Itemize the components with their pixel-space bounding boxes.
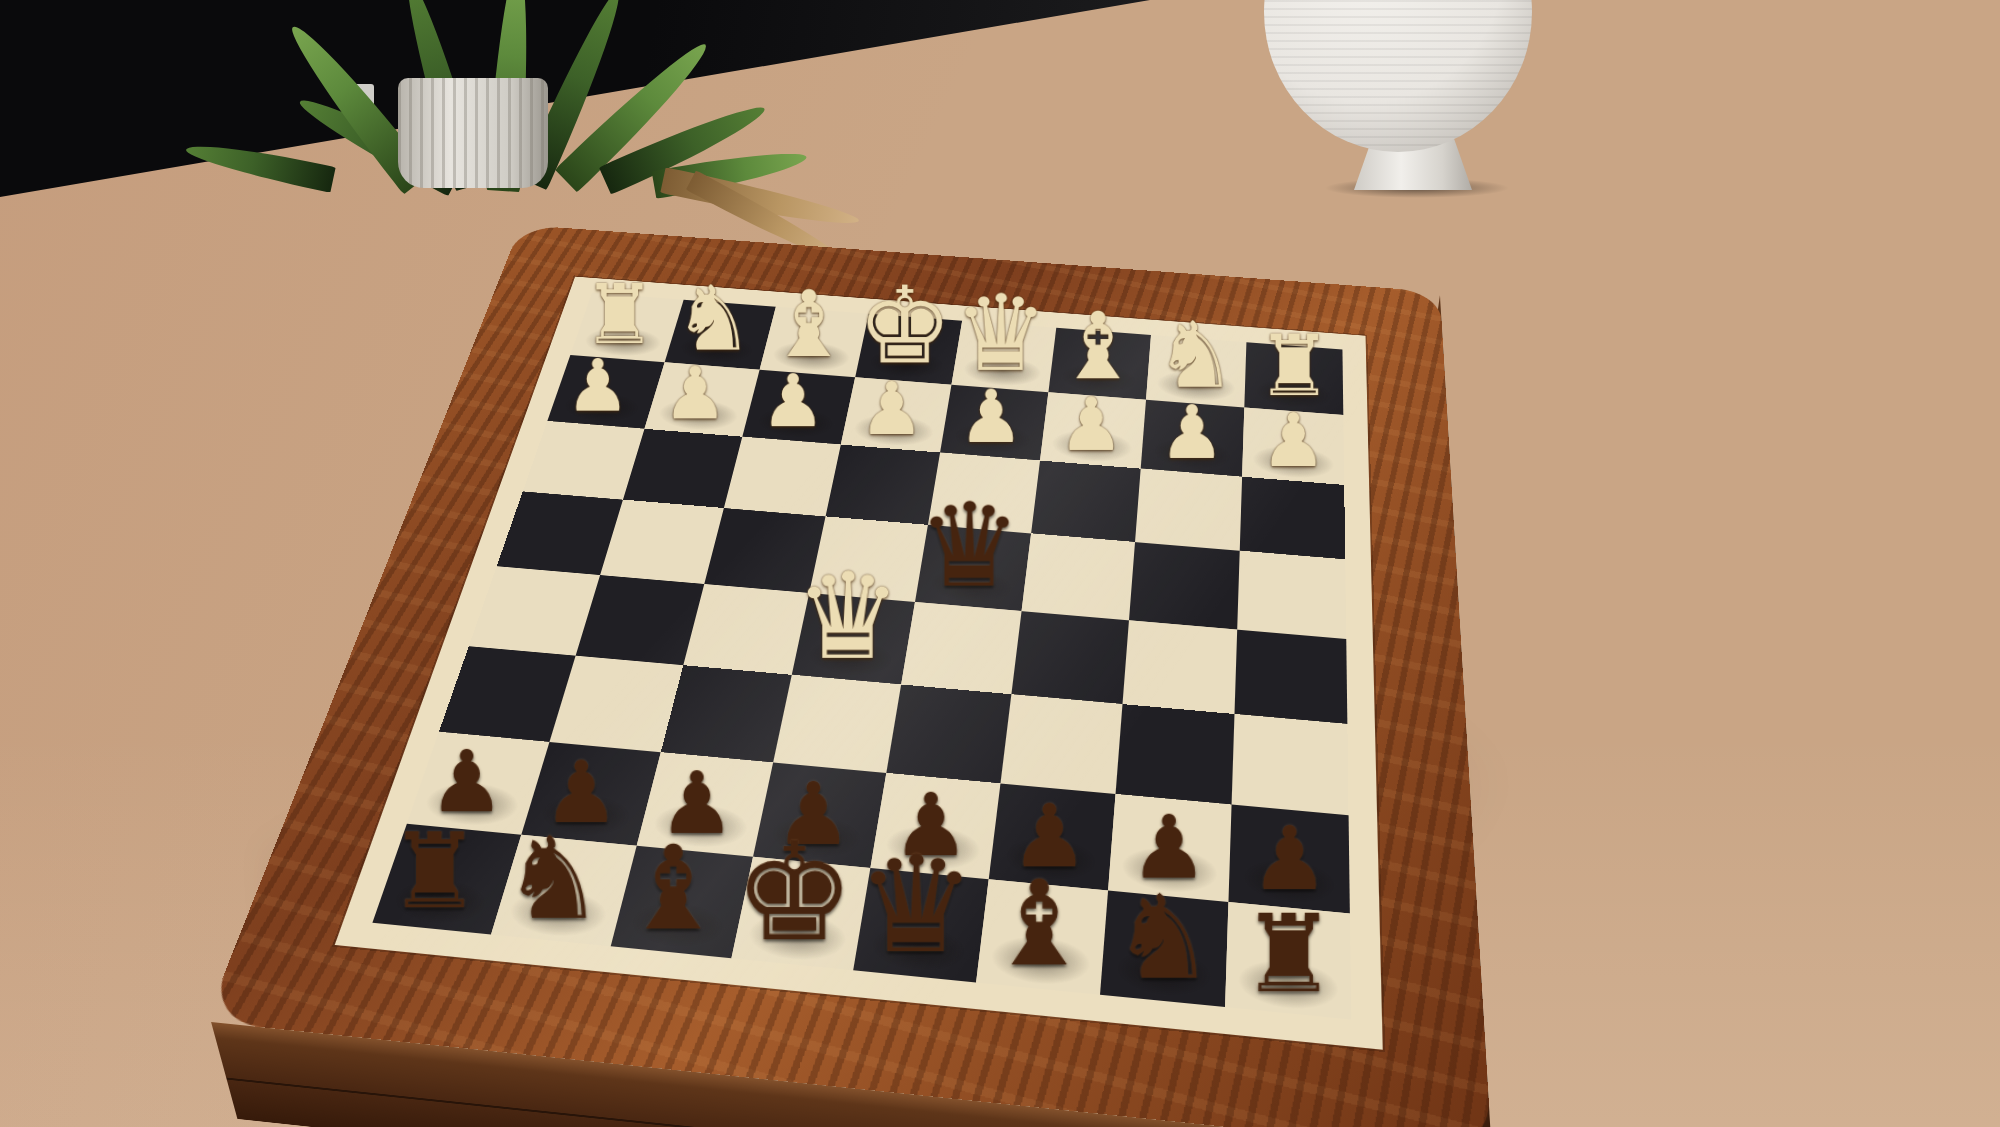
square-g4[interactable] — [600, 500, 724, 584]
square-a2[interactable]: ♟ — [1242, 407, 1344, 485]
white-bishop-c1[interactable]: ♝ — [1056, 303, 1139, 391]
black-king-e8[interactable]: ♚ — [733, 828, 855, 957]
square-d8[interactable]: ♛ — [853, 868, 989, 983]
square-g3[interactable] — [623, 429, 742, 508]
square-a3[interactable] — [1240, 477, 1345, 560]
square-d4[interactable]: ♛ — [915, 525, 1031, 611]
black-knight-g8[interactable]: ♞ — [502, 824, 604, 932]
square-b5[interactable] — [1122, 620, 1237, 714]
square-a5[interactable] — [1234, 630, 1347, 724]
square-f3[interactable] — [724, 437, 841, 517]
square-b8[interactable]: ♞ — [1100, 891, 1228, 1008]
chess-box: ♜♞♝♚♛♝♞♜♟♟♟♟♟♟♟♟♛♛♟♟♟♟♟♟♟♟♜♞♝♚♛♝♞♜ — [205, 225, 1492, 1127]
square-a6[interactable] — [1232, 714, 1349, 815]
square-g2[interactable]: ♟ — [644, 362, 759, 436]
white-bishop-f1[interactable]: ♝ — [767, 281, 849, 368]
white-pawn-g2[interactable]: ♟ — [662, 359, 727, 428]
white-queen-d1[interactable]: ♛ — [953, 283, 1047, 383]
board-frame: ♜♞♝♚♛♝♞♜♟♟♟♟♟♟♟♟♛♛♟♟♟♟♟♟♟♟♜♞♝♚♛♝♞♜ — [205, 225, 1492, 1127]
box-right-face — [1432, 295, 1492, 1127]
square-b3[interactable] — [1135, 469, 1242, 551]
checkerboard: ♜♞♝♚♛♝♞♜♟♟♟♟♟♟♟♟♛♛♟♟♟♟♟♟♟♟♜♞♝♚♛♝♞♜ — [372, 293, 1351, 1020]
white-queen-e5[interactable]: ♛ — [794, 560, 901, 673]
square-c6[interactable] — [1000, 694, 1122, 794]
square-e6[interactable] — [773, 675, 901, 773]
white-rook-a1[interactable]: ♜ — [1256, 326, 1332, 406]
black-bishop-c8[interactable]: ♝ — [986, 868, 1092, 980]
white-pawn-c2[interactable]: ♟ — [1058, 390, 1124, 460]
square-c3[interactable] — [1031, 461, 1141, 542]
square-b4[interactable] — [1129, 542, 1240, 630]
white-pawn-f2[interactable]: ♟ — [760, 367, 825, 436]
square-h4[interactable] — [497, 491, 623, 575]
square-e5[interactable]: ♛ — [792, 593, 915, 685]
black-rook-a8[interactable]: ♜ — [1240, 903, 1336, 1005]
square-b2[interactable]: ♟ — [1141, 400, 1245, 477]
square-f8[interactable]: ♝ — [611, 846, 753, 959]
square-c4[interactable] — [1022, 533, 1135, 620]
black-pawn-a7[interactable]: ♟ — [1250, 817, 1329, 900]
square-d2[interactable]: ♟ — [940, 385, 1048, 461]
white-pawn-e2[interactable]: ♟ — [859, 374, 924, 443]
square-a4[interactable] — [1237, 551, 1346, 639]
white-pawn-d2[interactable]: ♟ — [958, 382, 1024, 451]
square-c8[interactable]: ♝ — [976, 879, 1108, 995]
white-rook-h1[interactable]: ♜ — [582, 276, 656, 354]
square-e2[interactable]: ♟ — [841, 377, 952, 452]
square-b6[interactable] — [1116, 704, 1235, 805]
white-king-e1[interactable]: ♚ — [856, 275, 952, 376]
square-h2[interactable]: ♟ — [547, 355, 664, 429]
black-rook-h8[interactable]: ♜ — [387, 822, 481, 921]
black-knight-b8[interactable]: ♞ — [1111, 882, 1215, 993]
black-queen-d8[interactable]: ♛ — [856, 841, 976, 968]
square-f5[interactable] — [683, 584, 809, 675]
square-g6[interactable] — [549, 656, 683, 753]
black-queen-d4[interactable]: ♛ — [917, 490, 1021, 600]
white-knight-b1[interactable]: ♞ — [1154, 312, 1236, 399]
black-bishop-f8[interactable]: ♝ — [620, 834, 725, 945]
chess-scene: ♜♞♝♚♛♝♞♜♟♟♟♟♟♟♟♟♛♛♟♟♟♟♟♟♟♟♜♞♝♚♛♝♞♜ — [285, 42, 1545, 1102]
white-pawn-a2[interactable]: ♟ — [1260, 405, 1326, 475]
square-f2[interactable]: ♟ — [742, 370, 855, 445]
square-c2[interactable]: ♟ — [1040, 392, 1146, 468]
square-e8[interactable]: ♚ — [731, 857, 870, 971]
square-d5[interactable] — [901, 602, 1021, 694]
square-a8[interactable]: ♜ — [1225, 902, 1351, 1020]
square-g5[interactable] — [576, 575, 705, 665]
drawer-seam[interactable] — [226, 1077, 1474, 1127]
square-d6[interactable] — [886, 684, 1011, 783]
white-pawn-b2[interactable]: ♟ — [1159, 397, 1225, 467]
white-knight-g1[interactable]: ♞ — [673, 276, 754, 361]
board-margin: ♜♞♝♚♛♝♞♜♟♟♟♟♟♟♟♟♛♛♟♟♟♟♟♟♟♟♜♞♝♚♛♝♞♜ — [335, 277, 1383, 1050]
square-c5[interactable] — [1011, 611, 1129, 704]
white-pawn-h2[interactable]: ♟ — [565, 351, 630, 419]
square-f6[interactable] — [661, 665, 792, 762]
